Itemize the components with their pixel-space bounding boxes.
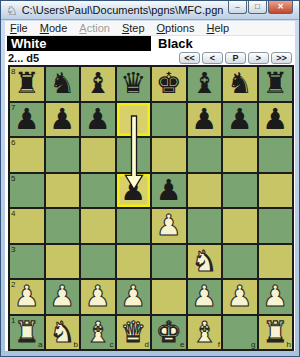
square-h5[interactable] — [259, 174, 293, 208]
square-g3[interactable] — [223, 245, 257, 279]
square-a4[interactable]: 4 — [10, 209, 44, 243]
square-e1[interactable]: e♚ — [152, 316, 186, 350]
menu-bar: FileModeActionStepOptionsHelp — [5, 21, 295, 36]
white-bishop-c1[interactable]: ♝ — [85, 318, 111, 347]
square-b3[interactable] — [46, 245, 80, 279]
square-e7[interactable] — [152, 103, 186, 137]
square-d6[interactable] — [117, 138, 151, 172]
square-f7[interactable]: ♟ — [188, 103, 222, 137]
square-b2[interactable]: ♟ — [46, 280, 80, 314]
rank-label-1: 1 — [11, 317, 15, 325]
square-a2[interactable]: 2♟ — [10, 280, 44, 314]
square-h4[interactable] — [259, 209, 293, 243]
chess-board-container: 8♜♞♝♛♚♝♞♜7♟♟♟♟♟♟65♟♟4♟3♞2♟♟♟♟♟♟♟1a♜b♞c♝d… — [8, 65, 294, 351]
square-f6[interactable] — [188, 138, 222, 172]
square-d4[interactable] — [117, 209, 151, 243]
go-last-button[interactable]: >> — [271, 52, 292, 64]
window-title: C:\Users\Paul\Documents\pgns\MFC.pgn — [22, 4, 224, 16]
turn-indicator-bar: White Black — [5, 36, 295, 52]
square-c7[interactable]: ♟ — [81, 103, 115, 137]
black-rook-h8[interactable]: ♜ — [262, 69, 288, 98]
menu-file[interactable]: File — [10, 22, 28, 34]
square-b6[interactable] — [46, 138, 80, 172]
black-pawn-h7[interactable]: ♟ — [262, 105, 288, 134]
black-turn-indicator[interactable]: Black — [158, 36, 193, 51]
white-pawn-g2[interactable]: ♟ — [227, 282, 253, 311]
square-d3[interactable] — [117, 245, 151, 279]
file-label-e: e — [180, 341, 184, 349]
square-h1[interactable]: h♜ — [259, 316, 293, 350]
square-e5[interactable]: ♟ — [152, 174, 186, 208]
go-first-button[interactable]: << — [179, 52, 200, 64]
file-label-g: g — [251, 341, 255, 349]
square-a6[interactable]: 6 — [10, 138, 44, 172]
black-rook-a8[interactable]: ♜ — [14, 69, 40, 98]
chess-board: 8♜♞♝♛♚♝♞♜7♟♟♟♟♟♟65♟♟4♟3♞2♟♟♟♟♟♟♟1a♜b♞c♝d… — [8, 65, 294, 351]
black-pawn-c7[interactable]: ♟ — [85, 105, 111, 134]
black-pawn-b7[interactable]: ♟ — [49, 105, 75, 134]
minimize-button[interactable]: – — [228, 1, 247, 14]
nav-buttons: <<<P>>> — [179, 52, 292, 64]
file-label-d: d — [145, 341, 149, 349]
client-area: FileModeActionStepOptionsHelp White Blac… — [5, 21, 295, 351]
white-pawn-h2[interactable]: ♟ — [262, 282, 288, 311]
white-pawn-a2[interactable]: ♟ — [14, 282, 40, 311]
rank-label-8: 8 — [11, 68, 15, 76]
square-c8[interactable]: ♝ — [81, 67, 115, 101]
maximize-button[interactable]: □ — [248, 1, 267, 14]
square-f5[interactable] — [188, 174, 222, 208]
file-label-f: f — [218, 341, 220, 349]
square-g4[interactable] — [223, 209, 257, 243]
play-button[interactable]: P — [225, 52, 246, 64]
square-g2[interactable]: ♟ — [223, 280, 257, 314]
close-button[interactable]: ✕ — [268, 1, 293, 14]
black-bishop-f8[interactable]: ♝ — [191, 69, 217, 98]
square-a1[interactable]: 1a♜ — [10, 316, 44, 350]
black-queen-d8[interactable]: ♛ — [120, 69, 146, 98]
file-label-a: a — [38, 341, 42, 349]
black-pawn-e5[interactable]: ♟ — [156, 176, 182, 205]
white-pawn-f2[interactable]: ♟ — [191, 282, 217, 311]
square-d8[interactable]: ♛ — [117, 67, 151, 101]
rank-label-6: 6 — [11, 139, 15, 147]
white-turn-indicator[interactable]: White — [7, 36, 151, 51]
go-next-button[interactable]: > — [248, 52, 269, 64]
square-f1[interactable]: f♝ — [188, 316, 222, 350]
square-a5[interactable]: 5 — [10, 174, 44, 208]
square-c2[interactable]: ♟ — [81, 280, 115, 314]
rank-label-7: 7 — [11, 104, 15, 112]
square-g5[interactable] — [223, 174, 257, 208]
rank-label-5: 5 — [11, 175, 15, 183]
white-bishop-f1[interactable]: ♝ — [191, 318, 217, 347]
square-b5[interactable] — [46, 174, 80, 208]
white-rook-h1[interactable]: ♜ — [262, 318, 288, 347]
square-a7[interactable]: 7♟ — [10, 103, 44, 137]
square-d7[interactable] — [117, 103, 151, 137]
file-label-c: c — [110, 341, 114, 349]
white-pawn-d2[interactable]: ♟ — [120, 282, 146, 311]
square-b8[interactable]: ♞ — [46, 67, 80, 101]
navigation-row: 2... d5 <<<P>>> — [5, 51, 295, 65]
rank-label-4: 4 — [11, 210, 15, 218]
square-d1[interactable]: d♛ — [117, 316, 151, 350]
square-g8[interactable]: ♞ — [223, 67, 257, 101]
window-controls: – □ ✕ — [228, 1, 293, 14]
menu-action: Action — [79, 22, 110, 34]
black-pawn-g7[interactable]: ♟ — [227, 105, 253, 134]
square-d2[interactable]: ♟ — [117, 280, 151, 314]
square-b7[interactable]: ♟ — [46, 103, 80, 137]
go-previous-button[interactable]: < — [202, 52, 223, 64]
square-c4[interactable] — [81, 209, 115, 243]
black-bishop-c8[interactable]: ♝ — [85, 69, 111, 98]
square-h8[interactable]: ♜ — [259, 67, 293, 101]
black-knight-g8[interactable]: ♞ — [227, 69, 253, 98]
square-d5[interactable]: ♟ — [117, 174, 151, 208]
square-h2[interactable]: ♟ — [259, 280, 293, 314]
white-king-e1[interactable]: ♚ — [156, 318, 182, 347]
square-g7[interactable]: ♟ — [223, 103, 257, 137]
white-rook-a1[interactable]: ♜ — [14, 318, 40, 347]
square-f3[interactable]: ♞ — [188, 245, 222, 279]
rank-label-3: 3 — [11, 246, 15, 254]
white-pawn-b2[interactable]: ♟ — [49, 282, 75, 311]
menu-step[interactable]: Step — [122, 22, 145, 34]
white-knight-b1[interactable]: ♞ — [49, 318, 75, 347]
square-e6[interactable] — [152, 138, 186, 172]
square-e3[interactable] — [152, 245, 186, 279]
black-pawn-f7[interactable]: ♟ — [191, 105, 217, 134]
file-label-h: h — [287, 341, 291, 349]
square-e4[interactable]: ♟ — [152, 209, 186, 243]
square-c6[interactable] — [81, 138, 115, 172]
menu-help[interactable]: Help — [206, 22, 229, 34]
square-b1[interactable]: b♞ — [46, 316, 80, 350]
black-knight-b8[interactable]: ♞ — [49, 69, 75, 98]
square-c1[interactable]: c♝ — [81, 316, 115, 350]
knight-app-icon: ♘ — [6, 4, 18, 17]
white-pawn-e4[interactable]: ♟ — [156, 211, 182, 240]
current-move-text: 2... d5 — [8, 52, 39, 64]
white-queen-d1[interactable]: ♛ — [120, 318, 146, 347]
black-pawn-d5[interactable]: ♟ — [120, 176, 146, 205]
menu-options[interactable]: Options — [157, 22, 195, 34]
square-h3[interactable] — [259, 245, 293, 279]
square-h6[interactable] — [259, 138, 293, 172]
square-g6[interactable] — [223, 138, 257, 172]
square-f8[interactable]: ♝ — [188, 67, 222, 101]
square-f4[interactable] — [188, 209, 222, 243]
square-g1[interactable]: g — [223, 316, 257, 350]
app-window: ♘ C:\Users\Paul\Documents\pgns\MFC.pgn –… — [0, 0, 300, 357]
square-e2[interactable] — [152, 280, 186, 314]
black-king-e8[interactable]: ♚ — [156, 69, 182, 98]
square-c5[interactable] — [81, 174, 115, 208]
rank-label-2: 2 — [11, 281, 15, 289]
square-h7[interactable]: ♟ — [259, 103, 293, 137]
square-f2[interactable]: ♟ — [188, 280, 222, 314]
white-pawn-c2[interactable]: ♟ — [85, 282, 111, 311]
file-label-b: b — [74, 341, 78, 349]
square-a8[interactable]: 8♜ — [10, 67, 44, 101]
white-knight-f3[interactable]: ♞ — [191, 247, 217, 276]
black-pawn-a7[interactable]: ♟ — [14, 105, 40, 134]
square-e8[interactable]: ♚ — [152, 67, 186, 101]
square-b4[interactable] — [46, 209, 80, 243]
menu-mode[interactable]: Mode — [40, 22, 68, 34]
square-a3[interactable]: 3 — [10, 245, 44, 279]
square-c3[interactable] — [81, 245, 115, 279]
